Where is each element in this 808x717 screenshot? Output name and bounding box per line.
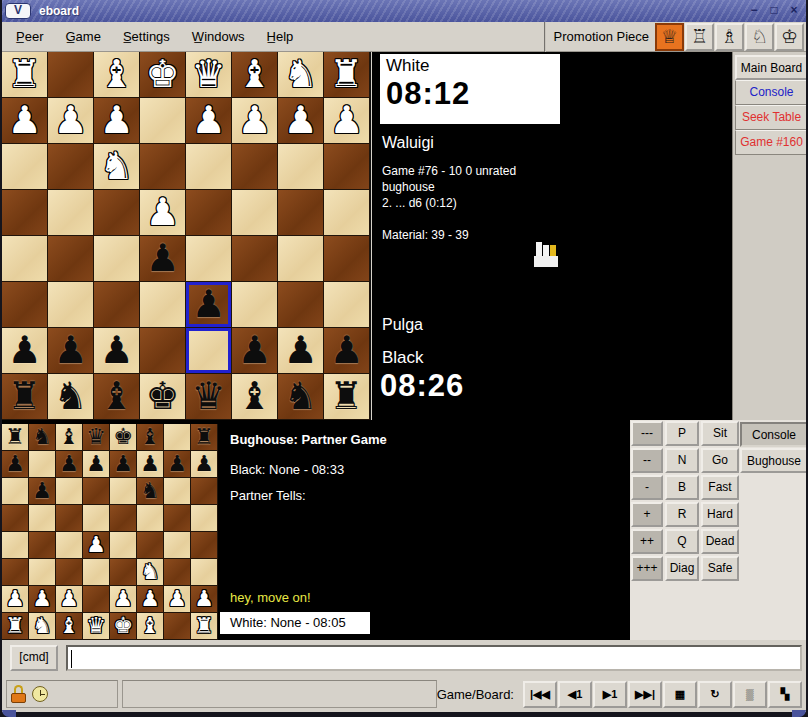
- white-pawn: ♟: [167, 586, 187, 612]
- menu-item-settings[interactable]: S̲ettings: [123, 29, 170, 44]
- board-square[interactable]: [110, 478, 136, 504]
- cmd-button[interactable]: [cmd]: [10, 645, 58, 671]
- board-square[interactable]: [94, 190, 139, 235]
- white-pawn: ♟: [7, 98, 41, 143]
- partner-tells-label: Partner Tells:: [230, 488, 306, 503]
- white-pawn: ♟: [145, 190, 179, 235]
- black-rook: ♜: [194, 424, 214, 450]
- board-square[interactable]: ♛: [186, 374, 231, 419]
- board-square[interactable]: [137, 505, 163, 531]
- black-rook: ♜: [7, 374, 41, 419]
- white-queen: ♛: [191, 52, 225, 97]
- white-pawn: ♟: [32, 586, 52, 612]
- board-square[interactable]: [186, 190, 231, 235]
- board-square[interactable]: ♛: [83, 424, 109, 450]
- black-queen: ♛: [191, 374, 225, 419]
- status-message-cell: [122, 680, 437, 708]
- sidebar-tab-game-160[interactable]: Game #160: [735, 130, 808, 155]
- white-rook: ♜: [194, 613, 214, 639]
- board-square[interactable]: ♟: [324, 328, 369, 373]
- black-pawn: ♟: [113, 451, 133, 477]
- board-square[interactable]: ♚: [140, 52, 185, 97]
- promotion-king-icon[interactable]: ♔: [775, 23, 804, 51]
- board-square[interactable]: [186, 328, 231, 373]
- board-square[interactable]: ♝: [56, 613, 82, 639]
- lock-icon: [11, 689, 26, 703]
- console-tabs: ConsoleBughouse: [740, 420, 808, 640]
- white-pawn: ♟: [140, 586, 160, 612]
- bughouse-button-grid: ---PSit--NGo-BFast+RHard++QDead+++DiagSa…: [630, 420, 740, 640]
- main-chess-board[interactable]: ♜♝♚♛♝♞♜♟♟♟♟♟♟♟♞♟♟♟♟♟♟♟♟♟♜♞♝♚♛♝♞♜: [2, 52, 371, 420]
- close-icon[interactable]: ×: [786, 3, 802, 19]
- last-move-icon[interactable]: ▶▶|: [628, 681, 662, 708]
- board-square[interactable]: ♟: [164, 586, 190, 612]
- partner-white-clock-line: White: None - 08:05: [220, 612, 370, 634]
- game-description-line2: bughouse: [382, 180, 435, 194]
- white-bishop: ♝: [237, 52, 271, 97]
- white-rook: ♜: [5, 613, 25, 639]
- white-clock: 08:12: [386, 76, 554, 112]
- black-queen: ♛: [86, 424, 106, 450]
- board-square[interactable]: [83, 586, 109, 612]
- text-caret: [71, 650, 72, 668]
- board-square[interactable]: [2, 505, 28, 531]
- bug-button-safe[interactable]: Safe: [701, 556, 739, 581]
- board-square[interactable]: ♟: [186, 282, 231, 327]
- bug-button-fast[interactable]: Fast: [701, 475, 739, 500]
- back-one-icon[interactable]: ◀1: [558, 681, 592, 708]
- black-pawn: ♟: [145, 236, 179, 281]
- swap-colors-lock-icon[interactable]: ▚: [768, 681, 802, 708]
- refresh-icon[interactable]: ↻: [698, 681, 732, 708]
- black-pawn: ♟: [191, 282, 225, 327]
- board-square[interactable]: ♞: [137, 559, 163, 585]
- menu-bar: P̲eerG̲ameS̲ettingsW̲indowsH̲elp Promoti…: [2, 22, 806, 52]
- promotion-rook-icon[interactable]: ♖: [685, 23, 714, 51]
- bug-button-p[interactable]: P: [665, 421, 699, 446]
- board-square[interactable]: ♟: [94, 328, 139, 373]
- board-square[interactable]: [324, 190, 369, 235]
- board-square[interactable]: ♜: [191, 613, 217, 639]
- board-square[interactable]: [191, 559, 217, 585]
- board-square[interactable]: [140, 98, 185, 143]
- promotion-piece-label: Promotion Piece: [554, 29, 649, 44]
- board-square[interactable]: [324, 144, 369, 189]
- partner-info-panel: Bughouse: Partner Game Black: None - 08:…: [220, 424, 624, 640]
- board-square[interactable]: [232, 282, 277, 327]
- board-square[interactable]: [83, 559, 109, 585]
- board-square[interactable]: ♞: [48, 374, 93, 419]
- white-bishop: ♝: [140, 613, 160, 639]
- board-square[interactable]: ♜: [2, 613, 28, 639]
- board-square[interactable]: [186, 236, 231, 281]
- white-king: ♚: [145, 52, 179, 97]
- board-square[interactable]: ♞: [278, 374, 323, 419]
- window-title: eboard: [39, 4, 79, 18]
- forward-one-icon[interactable]: ▶1: [593, 681, 627, 708]
- captured-pieces-icon: [534, 245, 558, 267]
- menu-item-help[interactable]: H̲elp: [267, 29, 294, 44]
- board-square[interactable]: [164, 478, 190, 504]
- black-pawn: ♟: [7, 328, 41, 373]
- board-square[interactable]: ♟: [278, 98, 323, 143]
- promotion-knight-icon[interactable]: ♘: [745, 23, 774, 51]
- board-square[interactable]: ♝: [56, 424, 82, 450]
- board-square[interactable]: [278, 190, 323, 235]
- white-label: White: [386, 56, 554, 76]
- board-square[interactable]: [164, 505, 190, 531]
- board-square[interactable]: ♚: [110, 424, 136, 450]
- black-bishop: ♝: [140, 424, 160, 450]
- board-tabs-sidebar: Main BoardConsoleSeek TableGame #160: [732, 52, 808, 420]
- white-pawn: ♟: [329, 98, 363, 143]
- board-square[interactable]: [164, 532, 190, 558]
- status-icons-cell: [6, 680, 118, 708]
- bug-button-go[interactable]: Go: [701, 448, 739, 473]
- eboard-window: V eboard − □ × P̲eerG̲ameS̲ettingsW̲indo…: [0, 0, 808, 717]
- black-pawn: ♟: [329, 328, 363, 373]
- bug-button-dead[interactable]: Dead: [701, 529, 739, 554]
- white-pawn: ♟: [53, 98, 87, 143]
- board-square[interactable]: [324, 236, 369, 281]
- title-bar: V eboard − □ ×: [2, 0, 806, 22]
- black-bishop: ♝: [237, 374, 271, 419]
- board-square[interactable]: ♟: [278, 328, 323, 373]
- board-square[interactable]: [29, 505, 55, 531]
- board-square[interactable]: ♟: [140, 236, 185, 281]
- board-square[interactable]: [48, 236, 93, 281]
- board-square[interactable]: [191, 532, 217, 558]
- black-pawn: ♟: [140, 451, 160, 477]
- promotion-queen-icon[interactable]: ♕: [655, 23, 684, 51]
- board-square[interactable]: ♜: [324, 374, 369, 419]
- board-square[interactable]: ♞: [29, 424, 55, 450]
- white-knight: ♞: [283, 52, 317, 97]
- board-square[interactable]: ♞: [137, 478, 163, 504]
- board-square[interactable]: ♟: [83, 451, 109, 477]
- board-square[interactable]: ♟: [324, 98, 369, 143]
- board-square[interactable]: [186, 144, 231, 189]
- board-square[interactable]: [2, 559, 28, 585]
- board-square[interactable]: [232, 190, 277, 235]
- board-square[interactable]: ♟: [191, 586, 217, 612]
- board-square[interactable]: [83, 505, 109, 531]
- white-pawn: ♟: [194, 586, 214, 612]
- game-description-line1: Game #76 - 10 0 unrated: [382, 164, 516, 178]
- black-knight: ♞: [53, 374, 87, 419]
- board-square[interactable]: ♟: [232, 328, 277, 373]
- bug-button--[interactable]: -: [631, 475, 663, 500]
- white-pawn: ♟: [113, 586, 133, 612]
- board-square[interactable]: ♜: [2, 424, 28, 450]
- white-pawn: ♟: [59, 586, 79, 612]
- board-square[interactable]: [48, 52, 93, 97]
- status-bar: Game/Board: |◀◀◀1▶1▶▶|▦↻▒▚: [2, 676, 808, 712]
- board-square[interactable]: [94, 282, 139, 327]
- board-square[interactable]: [83, 478, 109, 504]
- board-square[interactable]: ♝: [137, 424, 163, 450]
- board-square[interactable]: [48, 144, 93, 189]
- board-square[interactable]: [110, 505, 136, 531]
- board-square[interactable]: [232, 236, 277, 281]
- black-rook: ♜: [329, 374, 363, 419]
- bug-button-+[interactable]: +: [631, 502, 663, 527]
- black-pawn: ♟: [167, 451, 187, 477]
- white-pawn: ♟: [191, 98, 225, 143]
- white-knight: ♞: [32, 613, 52, 639]
- black-pawn: ♟: [99, 328, 133, 373]
- bug-button-hard[interactable]: Hard: [701, 502, 739, 527]
- board-square[interactable]: ♟: [56, 586, 82, 612]
- black-king: ♚: [145, 374, 179, 419]
- panel-tab-bughouse[interactable]: Bughouse: [740, 448, 808, 473]
- black-pawn: ♟: [32, 478, 52, 504]
- white-pawn: ♟: [237, 98, 271, 143]
- board-square[interactable]: ♟: [137, 451, 163, 477]
- board-square[interactable]: ♟: [2, 451, 28, 477]
- black-clock: 08:26: [380, 368, 464, 404]
- board-square[interactable]: [48, 190, 93, 235]
- board-square[interactable]: [29, 532, 55, 558]
- board-square[interactable]: ♚: [140, 374, 185, 419]
- white-bishop: ♝: [59, 613, 79, 639]
- window-menu-icon[interactable]: V: [5, 3, 31, 19]
- white-rook: ♜: [7, 52, 41, 97]
- game-info-panel: White 08:12 Waluigi Game #76 - 10 0 unra…: [372, 52, 732, 420]
- board-square[interactable]: [110, 559, 136, 585]
- bug-button-+++[interactable]: +++: [631, 556, 663, 581]
- white-knight: ♞: [99, 144, 133, 189]
- command-input[interactable]: [66, 645, 802, 671]
- white-pawn: ♟: [283, 98, 317, 143]
- black-pawn: ♟: [5, 451, 25, 477]
- bug-button-n[interactable]: N: [665, 448, 699, 473]
- board-square[interactable]: ♟: [48, 98, 93, 143]
- black-label: Black: [382, 348, 424, 368]
- board-square[interactable]: ♜: [324, 52, 369, 97]
- board-square[interactable]: [2, 236, 47, 281]
- board-square[interactable]: [324, 282, 369, 327]
- board-square[interactable]: [164, 424, 190, 450]
- bug-button-diag[interactable]: Diag: [665, 556, 699, 581]
- board-square[interactable]: ♞: [29, 613, 55, 639]
- board-square[interactable]: ♛: [186, 52, 231, 97]
- board-square[interactable]: [140, 282, 185, 327]
- board-square[interactable]: [56, 505, 82, 531]
- board-square[interactable]: ♟: [137, 586, 163, 612]
- black-player-name: Pulga: [382, 316, 423, 334]
- partner-black-clock-line: Black: None - 08:33: [230, 462, 344, 477]
- black-pawn: ♟: [59, 451, 79, 477]
- white-knight: ♞: [140, 559, 160, 585]
- black-pawn: ♟: [86, 451, 106, 477]
- black-rook: ♜: [5, 424, 25, 450]
- bug-button-r[interactable]: R: [665, 502, 699, 527]
- maximize-icon[interactable]: □: [766, 3, 782, 19]
- board-square[interactable]: ♟: [2, 98, 47, 143]
- board-square[interactable]: [278, 236, 323, 281]
- white-pawn: ♟: [5, 586, 25, 612]
- bughouse-panel: ♜♞♝♛♚♝♜♟♟♟♟♟♟♟♟♞♟♞♟♟♟♟♟♟♟♜♞♝♛♚♝♜ Bughous…: [2, 420, 808, 640]
- board-square[interactable]: ♜: [2, 52, 47, 97]
- white-pawn: ♟: [86, 532, 106, 558]
- board-square[interactable]: ♟: [29, 478, 55, 504]
- black-pawn: ♟: [237, 328, 271, 373]
- bug-button-b[interactable]: B: [665, 475, 699, 500]
- board-square[interactable]: ♞: [94, 144, 139, 189]
- move-list-icon[interactable]: ▦: [663, 681, 697, 708]
- board-square[interactable]: ♝: [232, 52, 277, 97]
- menu-item-windows[interactable]: W̲indows: [192, 29, 245, 44]
- black-pawn: ♟: [194, 451, 214, 477]
- bug-button----[interactable]: ---: [631, 421, 663, 446]
- partner-game-title: Bughouse: Partner Game: [230, 432, 387, 447]
- promotion-bishop-icon[interactable]: ♗: [715, 23, 744, 51]
- board-square[interactable]: [278, 282, 323, 327]
- white-clock-box: White 08:12: [380, 54, 560, 124]
- board-square[interactable]: [140, 144, 185, 189]
- partner-chess-board[interactable]: ♜♞♝♛♚♝♜♟♟♟♟♟♟♟♟♞♟♞♟♟♟♟♟♟♟♜♞♝♛♚♝♜: [2, 424, 218, 640]
- board-square[interactable]: [191, 478, 217, 504]
- board-square[interactable]: [140, 328, 185, 373]
- black-knight: ♞: [283, 374, 317, 419]
- board-square[interactable]: [2, 190, 47, 235]
- board-square[interactable]: ♟: [186, 98, 231, 143]
- first-move-icon[interactable]: |◀◀: [523, 681, 557, 708]
- discard-piece-icon[interactable]: ▒: [733, 681, 767, 708]
- white-pawn: ♟: [99, 98, 133, 143]
- bug-button-q[interactable]: Q: [665, 529, 699, 554]
- board-square[interactable]: ♝: [232, 374, 277, 419]
- partner-chat-message: hey, move on!: [230, 590, 311, 605]
- board-square[interactable]: [110, 532, 136, 558]
- board-square[interactable]: [191, 505, 217, 531]
- board-square[interactable]: ♟: [110, 451, 136, 477]
- window-bottom-edge: [2, 712, 806, 717]
- material-count: Material: 39 - 39: [382, 228, 469, 242]
- bug-button---[interactable]: --: [631, 448, 663, 473]
- board-square[interactable]: [2, 282, 47, 327]
- white-king: ♚: [113, 613, 133, 639]
- black-bishop: ♝: [99, 374, 133, 419]
- game-board-label: Game/Board:: [437, 687, 514, 702]
- board-square[interactable]: [164, 613, 190, 639]
- board-square[interactable]: ♟: [56, 451, 82, 477]
- bug-button-++[interactable]: ++: [631, 529, 663, 554]
- panel-tab-console[interactable]: Console: [740, 422, 808, 447]
- board-square[interactable]: [2, 532, 28, 558]
- board-square[interactable]: [232, 144, 277, 189]
- board-square[interactable]: [137, 532, 163, 558]
- sidebar-tab-main-board[interactable]: Main Board: [735, 55, 808, 80]
- last-move-line: 2. ... d6 (0:12): [382, 196, 457, 210]
- sidebar-tab-seek-table[interactable]: Seek Table: [735, 105, 808, 130]
- board-square[interactable]: ♝: [94, 52, 139, 97]
- board-square[interactable]: [2, 478, 28, 504]
- board-square[interactable]: [48, 282, 93, 327]
- board-square[interactable]: ♟: [48, 328, 93, 373]
- board-square[interactable]: ♟: [191, 451, 217, 477]
- board-square[interactable]: ♟: [2, 328, 47, 373]
- black-knight: ♞: [140, 478, 160, 504]
- sidebar-tab-console[interactable]: Console: [735, 80, 808, 105]
- board-square[interactable]: [29, 559, 55, 585]
- clock-icon: [32, 686, 48, 702]
- board-square[interactable]: ♜: [2, 374, 47, 419]
- board-square[interactable]: ♟: [140, 190, 185, 235]
- board-square[interactable]: ♟: [2, 586, 28, 612]
- board-square[interactable]: ♜: [191, 424, 217, 450]
- board-square[interactable]: [56, 559, 82, 585]
- menu-item-game[interactable]: G̲ame: [65, 29, 100, 44]
- board-square[interactable]: ♟: [83, 532, 109, 558]
- board-square[interactable]: [2, 144, 47, 189]
- promotion-toolbar: Promotion Piece ♕♖♗♘♔: [544, 22, 806, 52]
- board-square[interactable]: ♟: [94, 98, 139, 143]
- bug-button-sit[interactable]: Sit: [701, 421, 739, 446]
- board-square[interactable]: ♝: [137, 613, 163, 639]
- board-square[interactable]: ♞: [278, 52, 323, 97]
- white-player-name: Waluigi: [382, 134, 434, 152]
- board-square[interactable]: [29, 451, 55, 477]
- board-square[interactable]: ♝: [94, 374, 139, 419]
- black-knight: ♞: [32, 424, 52, 450]
- board-square[interactable]: ♚: [110, 613, 136, 639]
- board-square[interactable]: ♟: [29, 586, 55, 612]
- command-bar: [cmd]: [2, 640, 808, 676]
- white-queen: ♛: [86, 613, 106, 639]
- black-king: ♚: [113, 424, 133, 450]
- board-square[interactable]: ♛: [83, 613, 109, 639]
- white-rook: ♜: [329, 52, 363, 97]
- board-square[interactable]: ♟: [164, 451, 190, 477]
- board-square[interactable]: [56, 478, 82, 504]
- minimize-icon[interactable]: −: [746, 3, 762, 19]
- black-pawn: ♟: [283, 328, 317, 373]
- board-square[interactable]: [278, 144, 323, 189]
- black-pawn: ♟: [53, 328, 87, 373]
- menu-item-peer[interactable]: P̲eer: [16, 29, 43, 44]
- black-bishop: ♝: [59, 424, 79, 450]
- board-square[interactable]: [56, 532, 82, 558]
- board-square[interactable]: [164, 559, 190, 585]
- board-square[interactable]: ♟: [232, 98, 277, 143]
- white-bishop: ♝: [99, 52, 133, 97]
- board-square[interactable]: ♟: [110, 586, 136, 612]
- board-square[interactable]: [94, 236, 139, 281]
